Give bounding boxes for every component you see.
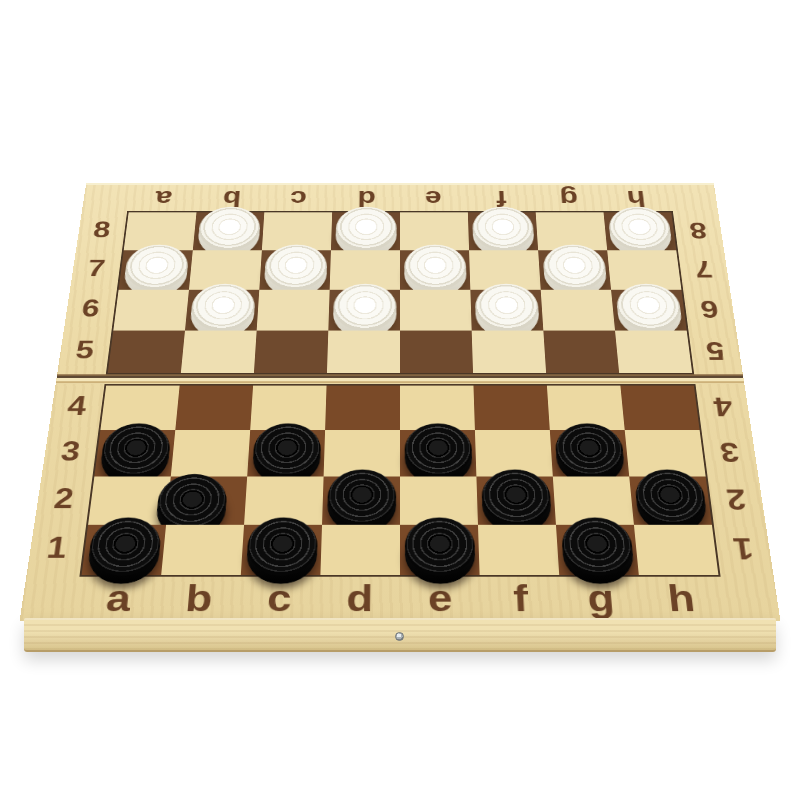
rank-label-1: 7	[86, 257, 106, 280]
black-man-g3[interactable]	[554, 423, 626, 477]
square-g6[interactable]	[541, 290, 615, 331]
square-h2[interactable]	[629, 476, 712, 524]
hinge-screw-icon	[395, 632, 404, 641]
rank-label-2: 6	[80, 297, 101, 321]
file-label-4: e	[425, 187, 442, 208]
square-c5[interactable]	[254, 331, 328, 373]
square-d1[interactable]	[320, 525, 400, 575]
rank-label-3: 1	[731, 534, 755, 563]
black-man-c1[interactable]	[245, 517, 318, 575]
square-d4[interactable]	[325, 386, 400, 431]
square-f1[interactable]	[478, 525, 559, 575]
piece-face	[332, 284, 396, 331]
squares-ranks-4-to-1	[79, 384, 720, 577]
piece-face	[471, 207, 534, 251]
square-b6[interactable]	[185, 290, 259, 331]
squares-ranks-8-to-5	[106, 211, 694, 374]
file-label-3: d	[346, 580, 373, 617]
white-man-f6[interactable]	[474, 284, 539, 331]
piece-face	[404, 517, 475, 575]
square-f6[interactable]	[470, 290, 543, 331]
black-man-d2[interactable]	[326, 469, 395, 525]
board-perspective-wrap: abcdefgh 8765 8765 4321 4321 abcdefgh	[20, 183, 780, 618]
rank-label-3: 1	[45, 534, 69, 563]
square-h6[interactable]	[611, 290, 687, 331]
rank-label-2: 6	[699, 297, 720, 321]
square-a7[interactable]	[119, 250, 193, 289]
white-man-d8[interactable]	[335, 207, 396, 251]
rank-label-0: 4	[66, 393, 88, 419]
file-label-4: e	[428, 580, 453, 617]
file-label-2: c	[266, 580, 292, 617]
piece-face	[474, 284, 539, 331]
piece-face	[404, 423, 472, 477]
square-a6[interactable]	[113, 290, 189, 331]
piece-face	[335, 207, 396, 251]
board-front-edge	[24, 618, 776, 652]
rank-label-2: 2	[52, 485, 75, 513]
square-e7[interactable]	[400, 250, 470, 289]
black-man-a1[interactable]	[86, 517, 163, 575]
file-label-2: c	[290, 187, 308, 208]
black-man-b2[interactable]	[154, 474, 228, 530]
white-man-e7[interactable]	[404, 245, 467, 291]
square-h1[interactable]	[634, 525, 719, 575]
file-label-6: g	[586, 580, 616, 617]
white-man-d6[interactable]	[332, 284, 396, 331]
file-label-5: f	[496, 187, 507, 208]
square-c6[interactable]	[257, 290, 330, 331]
square-c7[interactable]	[259, 250, 331, 289]
file-label-5: f	[512, 580, 528, 617]
square-g7[interactable]	[538, 250, 611, 289]
square-b1[interactable]	[161, 525, 244, 575]
square-d2[interactable]	[322, 476, 400, 524]
square-a5[interactable]	[108, 331, 185, 373]
file-label-6: g	[558, 187, 578, 208]
file-labels-bottom: abcdefgh	[20, 577, 781, 621]
square-h5[interactable]	[615, 331, 692, 373]
board-bottom-half: 4321 4321	[26, 384, 773, 577]
square-b5[interactable]	[181, 331, 257, 373]
black-man-c3[interactable]	[251, 423, 321, 477]
black-man-f2[interactable]	[480, 469, 551, 525]
file-label-7: h	[666, 580, 697, 617]
white-man-h6[interactable]	[614, 284, 682, 331]
rank-label-0: 4	[712, 393, 734, 419]
checkers-board: abcdefgh 8765 8765 4321 4321 abcdefgh	[20, 183, 781, 620]
rank-label-2: 2	[725, 485, 748, 513]
photo-scene: abcdefgh 8765 8765 4321 4321 abcdefgh	[0, 0, 800, 800]
rank-label-1: 3	[59, 438, 81, 465]
white-man-f8[interactable]	[471, 207, 534, 251]
square-c3[interactable]	[247, 430, 325, 476]
square-f2[interactable]	[476, 476, 556, 524]
black-man-e3[interactable]	[404, 423, 472, 477]
square-d6[interactable]	[328, 290, 400, 331]
square-e6[interactable]	[400, 290, 472, 331]
square-f4[interactable]	[473, 386, 549, 431]
square-b8[interactable]	[193, 212, 265, 250]
square-g3[interactable]	[550, 430, 629, 476]
square-g1[interactable]	[556, 525, 639, 575]
square-a1[interactable]	[82, 525, 167, 575]
square-h4[interactable]	[620, 386, 699, 431]
white-man-c7[interactable]	[263, 245, 327, 291]
rank-label-0: 8	[92, 219, 112, 241]
black-man-h2[interactable]	[633, 469, 708, 525]
square-e1[interactable]	[400, 525, 480, 575]
piece-face	[404, 245, 467, 291]
file-label-1: b	[221, 187, 241, 208]
black-man-g1[interactable]	[560, 517, 635, 575]
square-c1[interactable]	[241, 525, 322, 575]
square-d8[interactable]	[331, 212, 400, 250]
piece-face	[480, 469, 551, 525]
white-man-h8[interactable]	[607, 207, 673, 251]
piece-face	[326, 469, 395, 525]
square-g5[interactable]	[543, 331, 619, 373]
square-b3[interactable]	[171, 430, 250, 476]
rank-label-3: 5	[705, 338, 726, 363]
file-label-3: d	[357, 187, 376, 208]
board-top-half: 8765 8765	[57, 211, 743, 374]
black-man-e1[interactable]	[404, 517, 475, 575]
square-h8[interactable]	[604, 212, 677, 250]
square-a3[interactable]	[94, 430, 175, 476]
white-man-a7[interactable]	[122, 245, 189, 291]
file-label-0: a	[155, 187, 174, 208]
file-label-1: b	[184, 580, 214, 617]
file-label-0: a	[104, 580, 133, 617]
square-f5[interactable]	[472, 331, 546, 373]
white-man-b8[interactable]	[197, 207, 261, 251]
rank-label-0: 8	[688, 219, 708, 241]
square-e5[interactable]	[400, 331, 473, 373]
rank-label-1: 3	[718, 438, 740, 465]
square-e3[interactable]	[400, 430, 476, 476]
rank-label-1: 7	[693, 257, 713, 280]
square-b4[interactable]	[175, 386, 253, 431]
white-man-g7[interactable]	[542, 245, 608, 291]
file-label-7: h	[626, 187, 647, 208]
square-f8[interactable]	[468, 212, 538, 250]
black-man-a3[interactable]	[99, 423, 172, 477]
fold-hinge-seam	[56, 374, 745, 384]
square-d5[interactable]	[327, 331, 400, 373]
white-man-b6[interactable]	[189, 284, 256, 331]
rank-label-3: 5	[74, 338, 95, 363]
square-b2[interactable]	[166, 476, 247, 524]
